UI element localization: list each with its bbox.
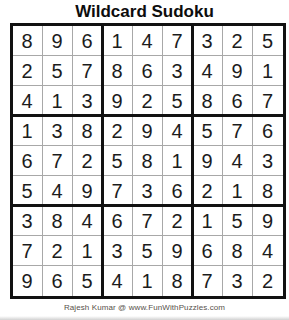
cell-r8c6[interactable]: 9 — [163, 236, 193, 266]
cell-r5c4[interactable]: 5 — [103, 146, 133, 176]
cell-r8c7[interactable]: 6 — [193, 236, 223, 266]
cell-r4c5[interactable]: 9 — [133, 116, 163, 146]
cell-r1c3[interactable]: 6 — [73, 26, 103, 56]
cell-r7c9[interactable]: 9 — [253, 206, 283, 236]
cell-r7c4[interactable]: 6 — [103, 206, 133, 236]
cell-r4c6[interactable]: 4 — [163, 116, 193, 146]
cell-r6c1[interactable]: 5 — [13, 176, 43, 206]
cell-r4c4[interactable]: 2 — [103, 116, 133, 146]
cell-r6c2[interactable]: 4 — [43, 176, 73, 206]
cell-r7c3[interactable]: 4 — [73, 206, 103, 236]
cell-r2c1[interactable]: 2 — [13, 56, 43, 86]
cell-r3c3[interactable]: 3 — [73, 86, 103, 116]
cell-r5c7[interactable]: 9 — [193, 146, 223, 176]
cell-r1c1[interactable]: 8 — [13, 26, 43, 56]
cell-r5c2[interactable]: 7 — [43, 146, 73, 176]
cell-r2c3[interactable]: 7 — [73, 56, 103, 86]
cell-r7c1[interactable]: 3 — [13, 206, 43, 236]
cell-r3c8[interactable]: 6 — [223, 86, 253, 116]
cell-r9c3[interactable]: 5 — [73, 266, 103, 296]
cell-r4c8[interactable]: 7 — [223, 116, 253, 146]
cell-r8c5[interactable]: 5 — [133, 236, 163, 266]
cell-r2c5[interactable]: 6 — [133, 56, 163, 86]
cell-r1c6[interactable]: 7 — [163, 26, 193, 56]
cell-r9c1[interactable]: 9 — [13, 266, 43, 296]
sudoku-board: 8961473252578634914139258671382945766725… — [10, 23, 286, 299]
cell-r1c4[interactable]: 1 — [103, 26, 133, 56]
cell-r3c9[interactable]: 7 — [253, 86, 283, 116]
cell-r5c1[interactable]: 6 — [13, 146, 43, 176]
cell-r5c3[interactable]: 2 — [73, 146, 103, 176]
credit-line: Rajesh Kumar @ www.FunWithPuzzles.com — [0, 303, 289, 312]
cell-r5c5[interactable]: 8 — [133, 146, 163, 176]
cell-r6c5[interactable]: 3 — [133, 176, 163, 206]
cell-r6c7[interactable]: 2 — [193, 176, 223, 206]
cell-r1c9[interactable]: 5 — [253, 26, 283, 56]
cell-r4c7[interactable]: 5 — [193, 116, 223, 146]
cell-r8c4[interactable]: 3 — [103, 236, 133, 266]
page-title: Wildcard Sudoku — [0, 0, 289, 22]
cell-r2c6[interactable]: 3 — [163, 56, 193, 86]
cell-r2c9[interactable]: 1 — [253, 56, 283, 86]
cell-r3c1[interactable]: 4 — [13, 86, 43, 116]
cell-r6c3[interactable]: 9 — [73, 176, 103, 206]
cell-r3c6[interactable]: 5 — [163, 86, 193, 116]
cell-r9c4[interactable]: 4 — [103, 266, 133, 296]
cell-r6c4[interactable]: 7 — [103, 176, 133, 206]
cell-r8c1[interactable]: 7 — [13, 236, 43, 266]
cell-r3c2[interactable]: 1 — [43, 86, 73, 116]
cell-r6c9[interactable]: 8 — [253, 176, 283, 206]
cell-r7c2[interactable]: 8 — [43, 206, 73, 236]
cell-r4c3[interactable]: 8 — [73, 116, 103, 146]
cell-r4c9[interactable]: 6 — [253, 116, 283, 146]
cell-r2c2[interactable]: 5 — [43, 56, 73, 86]
cell-r4c1[interactable]: 1 — [13, 116, 43, 146]
cell-r1c5[interactable]: 4 — [133, 26, 163, 56]
cell-r2c7[interactable]: 4 — [193, 56, 223, 86]
cell-r5c9[interactable]: 3 — [253, 146, 283, 176]
cell-r5c8[interactable]: 4 — [223, 146, 253, 176]
cell-r9c2[interactable]: 6 — [43, 266, 73, 296]
cell-r9c5[interactable]: 1 — [133, 266, 163, 296]
cell-r3c7[interactable]: 8 — [193, 86, 223, 116]
cell-r5c6[interactable]: 1 — [163, 146, 193, 176]
cell-r7c7[interactable]: 1 — [193, 206, 223, 236]
cell-r7c6[interactable]: 2 — [163, 206, 193, 236]
cell-r8c3[interactable]: 1 — [73, 236, 103, 266]
cell-r6c8[interactable]: 1 — [223, 176, 253, 206]
cell-r9c6[interactable]: 8 — [163, 266, 193, 296]
cell-r9c8[interactable]: 3 — [223, 266, 253, 296]
cell-r2c4[interactable]: 8 — [103, 56, 133, 86]
cell-r4c2[interactable]: 3 — [43, 116, 73, 146]
cell-r1c7[interactable]: 3 — [193, 26, 223, 56]
cell-r8c8[interactable]: 8 — [223, 236, 253, 266]
cell-r3c4[interactable]: 9 — [103, 86, 133, 116]
cell-r6c6[interactable]: 6 — [163, 176, 193, 206]
cell-r8c2[interactable]: 2 — [43, 236, 73, 266]
cell-r7c8[interactable]: 5 — [223, 206, 253, 236]
cell-r1c8[interactable]: 2 — [223, 26, 253, 56]
cell-r2c8[interactable]: 9 — [223, 56, 253, 86]
cell-r9c9[interactable]: 2 — [253, 266, 283, 296]
cell-r8c9[interactable]: 4 — [253, 236, 283, 266]
board-wrap: 8961473252578634914139258671382945766725… — [10, 23, 280, 299]
cell-r9c7[interactable]: 7 — [193, 266, 223, 296]
cell-r3c5[interactable]: 2 — [133, 86, 163, 116]
cell-r1c2[interactable]: 9 — [43, 26, 73, 56]
sudoku-page: Wildcard Sudoku 896147325257863491413925… — [0, 0, 289, 320]
cell-r7c5[interactable]: 7 — [133, 206, 163, 236]
